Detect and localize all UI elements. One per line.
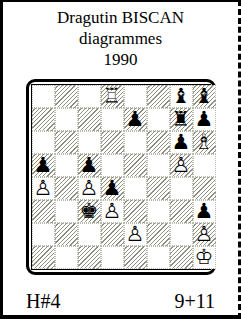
square-g6: ♟ (170, 131, 193, 154)
square-a2 (32, 223, 55, 246)
black-bishop: ♝ (170, 85, 193, 108)
square-a7 (32, 108, 55, 131)
square-e1 (124, 246, 147, 269)
white-rook: ♜♖ (101, 85, 124, 108)
square-h1: ♚♔ (193, 246, 216, 269)
square-d1 (101, 246, 124, 269)
square-a6 (32, 131, 55, 154)
square-a5: ♟ (32, 154, 55, 177)
white-king: ♚♔ (193, 246, 216, 269)
black-pawn: ♟ (101, 177, 124, 200)
square-e6 (124, 131, 147, 154)
square-g8: ♝ (170, 85, 193, 108)
problem-caption: H#4 9+11 (3, 290, 238, 313)
white-pawn: ♟♙ (78, 177, 101, 200)
square-c4: ♟♙ (78, 177, 101, 200)
square-f3 (147, 200, 170, 223)
square-a8 (32, 85, 55, 108)
square-g7: ♜ (170, 108, 193, 131)
square-h5 (193, 154, 216, 177)
white-bishop: ♝♗ (193, 131, 216, 154)
square-e2: ♟♙ (124, 223, 147, 246)
square-c6 (78, 131, 101, 154)
square-b2 (55, 223, 78, 246)
square-h4 (193, 177, 216, 200)
square-a3 (32, 200, 55, 223)
square-e4 (124, 177, 147, 200)
square-g5: ♟♙ (170, 154, 193, 177)
board-inner-frame: ♜♖♝♝♟♜♟♟♝♗♟♟♟♙♟♙♟♙♟♚♟♙♟♟♙♟♙♚♔ (31, 84, 211, 270)
square-e8 (124, 85, 147, 108)
chess-board: ♜♖♝♝♟♜♟♟♝♗♟♟♟♙♟♙♟♙♟♚♟♙♟♟♙♟♙♚♔ (32, 85, 216, 269)
source-name: diagrammes (3, 28, 238, 49)
square-d6 (101, 131, 124, 154)
square-b4 (55, 177, 78, 200)
black-king: ♚ (78, 200, 101, 223)
black-bishop: ♝ (193, 85, 216, 108)
square-b5 (55, 154, 78, 177)
white-pawn: ♟♙ (32, 177, 55, 200)
square-c7 (78, 108, 101, 131)
square-d5 (101, 154, 124, 177)
square-d7 (101, 108, 124, 131)
square-f5 (147, 154, 170, 177)
square-h2: ♟♙ (193, 223, 216, 246)
white-pawn: ♟♙ (193, 223, 216, 246)
square-b1 (55, 246, 78, 269)
author-name: Dragutin BISCAN (3, 7, 238, 28)
square-c5: ♟ (78, 154, 101, 177)
square-b8 (55, 85, 78, 108)
square-e3 (124, 200, 147, 223)
square-f1 (147, 246, 170, 269)
problem-header: Dragutin BISCAN diagrammes 1990 (3, 7, 238, 70)
square-f4 (147, 177, 170, 200)
stipulation-label: H#4 (26, 290, 60, 313)
square-d4: ♟ (101, 177, 124, 200)
square-c1 (78, 246, 101, 269)
board-frame: ♜♖♝♝♟♜♟♟♝♗♟♟♟♙♟♙♟♙♟♚♟♙♟♟♙♟♙♚♔ (26, 79, 216, 275)
square-e7: ♟ (124, 108, 147, 131)
square-d2 (101, 223, 124, 246)
square-h6: ♝♗ (193, 131, 216, 154)
square-a4: ♟♙ (32, 177, 55, 200)
square-g1 (170, 246, 193, 269)
square-f8 (147, 85, 170, 108)
square-f6 (147, 131, 170, 154)
square-e5 (124, 154, 147, 177)
square-b6 (55, 131, 78, 154)
square-h8: ♝ (193, 85, 216, 108)
square-h7: ♟ (193, 108, 216, 131)
black-pawn: ♟ (170, 131, 193, 154)
square-b7 (55, 108, 78, 131)
square-g3 (170, 200, 193, 223)
black-pawn: ♟ (124, 108, 147, 131)
square-b3 (55, 200, 78, 223)
square-h3: ♟ (193, 200, 216, 223)
black-rook: ♜ (170, 108, 193, 131)
square-g4 (170, 177, 193, 200)
white-pawn: ♟♙ (170, 154, 193, 177)
white-pawn: ♟♙ (124, 223, 147, 246)
square-f2 (147, 223, 170, 246)
square-c8 (78, 85, 101, 108)
square-a1 (32, 246, 55, 269)
square-d8: ♜♖ (101, 85, 124, 108)
diagram-page: Dragutin BISCAN diagrammes 1990 ♜♖♝♝♟♜♟♟… (0, 0, 241, 319)
square-c2 (78, 223, 101, 246)
square-g2 (170, 223, 193, 246)
material-count-label: 9+11 (174, 290, 215, 313)
square-f7 (147, 108, 170, 131)
black-pawn: ♟ (193, 200, 216, 223)
white-pawn: ♟♙ (101, 200, 124, 223)
black-pawn: ♟ (32, 154, 55, 177)
square-c3: ♚ (78, 200, 101, 223)
square-d3: ♟♙ (101, 200, 124, 223)
source-year: 1990 (3, 49, 238, 70)
black-pawn: ♟ (193, 108, 216, 131)
black-pawn: ♟ (78, 154, 101, 177)
